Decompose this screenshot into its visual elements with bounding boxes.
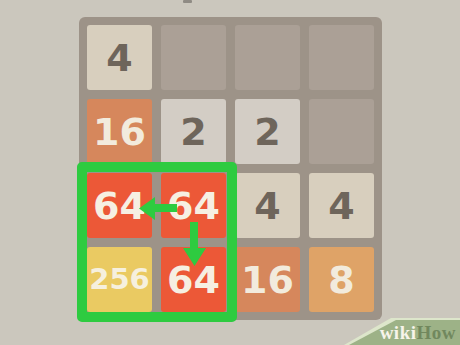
tile-value: 64 [167,261,220,299]
tile-value: 4 [328,187,354,225]
cell-r4c2: 64 [161,247,226,312]
cell-r4c1: 256 [87,247,152,312]
cell-r1c3 [235,25,300,90]
tile-value: 256 [89,265,150,294]
cropped-image-artifact [183,0,192,3]
wikihow-watermark: wikiHow [344,318,460,345]
cell-r1c4 [309,25,374,90]
cell-r1c2 [161,25,226,90]
wikihow-logo: wikiHow [380,323,456,343]
cell-r4c4: 8 [309,247,374,312]
cell-r4c3: 16 [235,247,300,312]
tile-value: 2 [180,113,206,151]
tile-value: 64 [93,187,146,225]
tile-value: 64 [167,187,220,225]
cell-r2c3: 2 [235,99,300,164]
cell-r3c2: 64 [161,173,226,238]
cell-r2c2: 2 [161,99,226,164]
cell-r2c4 [309,99,374,164]
2048-board: 4 16 2 2 64 64 4 4 256 64 16 8 [79,17,382,320]
cell-r3c3: 4 [235,173,300,238]
cell-r3c4: 4 [309,173,374,238]
tile-value: 16 [241,261,294,299]
cell-r1c1: 4 [87,25,152,90]
wikihow-logo-wiki: wiki [380,322,417,343]
tile-value: 8 [328,261,354,299]
tile-value: 4 [254,187,280,225]
tile-value: 16 [93,113,146,151]
cell-r3c1: 64 [87,173,152,238]
wikihow-logo-how: How [417,322,457,343]
cell-r2c1: 16 [87,99,152,164]
tile-value: 4 [106,39,132,77]
tile-value: 2 [254,113,280,151]
